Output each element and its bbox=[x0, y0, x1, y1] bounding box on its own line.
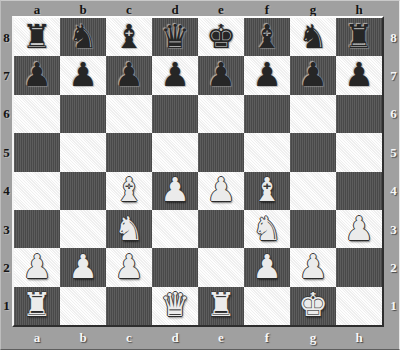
square-b8[interactable]: ♞ bbox=[60, 18, 106, 56]
square-b4[interactable] bbox=[60, 172, 106, 210]
black-pawn[interactable]: ♟ bbox=[298, 57, 328, 93]
square-e2[interactable] bbox=[198, 248, 244, 286]
white-bishop[interactable]: ♝ bbox=[252, 172, 282, 208]
rank-labels-left: 87654321 bbox=[1, 18, 12, 325]
file-label-bottom-a: a bbox=[14, 330, 60, 344]
rank-label-left-1: 1 bbox=[1, 287, 12, 325]
white-king[interactable]: ♚ bbox=[298, 287, 328, 323]
white-knight[interactable]: ♞ bbox=[252, 211, 282, 247]
square-c2[interactable]: ♟ bbox=[106, 248, 152, 286]
square-h7[interactable]: ♟ bbox=[336, 56, 382, 94]
white-pawn[interactable]: ♟ bbox=[114, 249, 144, 285]
square-d3[interactable] bbox=[152, 210, 198, 248]
black-pawn[interactable]: ♟ bbox=[252, 57, 282, 93]
square-d7[interactable]: ♟ bbox=[152, 56, 198, 94]
square-d5[interactable] bbox=[152, 133, 198, 171]
square-f7[interactable]: ♟ bbox=[244, 56, 290, 94]
file-label-bottom-f: f bbox=[244, 330, 290, 344]
black-rook[interactable]: ♜ bbox=[22, 19, 52, 55]
white-queen[interactable]: ♛ bbox=[160, 287, 190, 323]
square-a1[interactable]: ♜ bbox=[14, 287, 60, 325]
black-pawn[interactable]: ♟ bbox=[114, 57, 144, 93]
rank-label-left-4: 4 bbox=[1, 172, 12, 210]
black-bishop[interactable]: ♝ bbox=[252, 19, 282, 55]
square-a3[interactable] bbox=[14, 210, 60, 248]
white-pawn[interactable]: ♟ bbox=[160, 172, 190, 208]
rank-label-right-3: 3 bbox=[386, 210, 400, 248]
square-c7[interactable]: ♟ bbox=[106, 56, 152, 94]
square-h4[interactable] bbox=[336, 172, 382, 210]
square-c4[interactable]: ♝ bbox=[106, 172, 152, 210]
black-pawn[interactable]: ♟ bbox=[68, 57, 98, 93]
square-a8[interactable]: ♜ bbox=[14, 18, 60, 56]
square-g5[interactable] bbox=[290, 133, 336, 171]
black-pawn[interactable]: ♟ bbox=[344, 57, 374, 93]
black-rook[interactable]: ♜ bbox=[344, 19, 374, 55]
square-b7[interactable]: ♟ bbox=[60, 56, 106, 94]
square-g2[interactable]: ♟ bbox=[290, 248, 336, 286]
square-d4[interactable]: ♟ bbox=[152, 172, 198, 210]
file-label-top-e: e bbox=[198, 2, 244, 16]
square-e7[interactable]: ♟ bbox=[198, 56, 244, 94]
square-g1[interactable]: ♚ bbox=[290, 287, 336, 325]
file-labels-bottom: abcdefgh bbox=[14, 330, 382, 344]
file-labels-top: abcdefgh bbox=[14, 2, 382, 16]
square-h2[interactable] bbox=[336, 248, 382, 286]
square-f1[interactable] bbox=[244, 287, 290, 325]
board-bevel-frame: ♜♞♝♛♚♝♞♜♟♟♟♟♟♟♟♟♝♟♟♝♞♞♟♟♟♟♟♟♜♛♜♚ bbox=[12, 16, 384, 327]
black-king[interactable]: ♚ bbox=[206, 19, 236, 55]
white-pawn[interactable]: ♟ bbox=[22, 249, 52, 285]
file-label-bottom-d: d bbox=[152, 330, 198, 344]
square-f6[interactable] bbox=[244, 95, 290, 133]
square-b1[interactable] bbox=[60, 287, 106, 325]
rank-label-right-1: 1 bbox=[386, 287, 400, 325]
file-label-top-g: g bbox=[290, 2, 336, 16]
square-d1[interactable]: ♛ bbox=[152, 287, 198, 325]
file-label-bottom-h: h bbox=[336, 330, 382, 344]
square-a6[interactable] bbox=[14, 95, 60, 133]
chess-board-window: abcdefgh 87654321 87654321 abcdefgh ♜♞♝♛… bbox=[0, 0, 400, 350]
square-e6[interactable] bbox=[198, 95, 244, 133]
black-bishop[interactable]: ♝ bbox=[114, 19, 144, 55]
square-g4[interactable] bbox=[290, 172, 336, 210]
square-g6[interactable] bbox=[290, 95, 336, 133]
square-f2[interactable]: ♟ bbox=[244, 248, 290, 286]
white-rook[interactable]: ♜ bbox=[22, 287, 52, 323]
square-d6[interactable] bbox=[152, 95, 198, 133]
rank-label-right-4: 4 bbox=[386, 172, 400, 210]
black-queen[interactable]: ♛ bbox=[160, 19, 190, 55]
square-c1[interactable] bbox=[106, 287, 152, 325]
square-e1[interactable]: ♜ bbox=[198, 287, 244, 325]
file-label-bottom-g: g bbox=[290, 330, 336, 344]
rank-label-left-3: 3 bbox=[1, 210, 12, 248]
rank-label-right-5: 5 bbox=[386, 133, 400, 171]
square-f5[interactable] bbox=[244, 133, 290, 171]
white-bishop[interactable]: ♝ bbox=[114, 172, 144, 208]
rank-label-left-7: 7 bbox=[1, 56, 12, 94]
file-label-top-f: f bbox=[244, 2, 290, 16]
square-g3[interactable] bbox=[290, 210, 336, 248]
white-knight[interactable]: ♞ bbox=[114, 211, 144, 247]
square-e8[interactable]: ♚ bbox=[198, 18, 244, 56]
square-h6[interactable] bbox=[336, 95, 382, 133]
square-a7[interactable]: ♟ bbox=[14, 56, 60, 94]
black-pawn[interactable]: ♟ bbox=[160, 57, 190, 93]
file-label-top-b: b bbox=[60, 2, 106, 16]
file-label-bottom-c: c bbox=[106, 330, 152, 344]
square-d8[interactable]: ♛ bbox=[152, 18, 198, 56]
black-knight[interactable]: ♞ bbox=[68, 19, 98, 55]
square-f4[interactable]: ♝ bbox=[244, 172, 290, 210]
square-c3[interactable]: ♞ bbox=[106, 210, 152, 248]
rank-label-left-8: 8 bbox=[1, 18, 12, 56]
square-h1[interactable] bbox=[336, 287, 382, 325]
square-f8[interactable]: ♝ bbox=[244, 18, 290, 56]
file-label-top-d: d bbox=[152, 2, 198, 16]
square-a5[interactable] bbox=[14, 133, 60, 171]
chess-board: ♜♞♝♛♚♝♞♜♟♟♟♟♟♟♟♟♝♟♟♝♞♞♟♟♟♟♟♟♜♛♜♚ bbox=[14, 18, 382, 325]
square-h8[interactable]: ♜ bbox=[336, 18, 382, 56]
square-d2[interactable] bbox=[152, 248, 198, 286]
square-a4[interactable] bbox=[14, 172, 60, 210]
file-label-bottom-e: e bbox=[198, 330, 244, 344]
square-c6[interactable] bbox=[106, 95, 152, 133]
rank-label-left-2: 2 bbox=[1, 248, 12, 286]
white-pawn[interactable]: ♟ bbox=[344, 211, 374, 247]
black-pawn[interactable]: ♟ bbox=[206, 57, 236, 93]
square-e4[interactable]: ♟ bbox=[198, 172, 244, 210]
white-pawn[interactable]: ♟ bbox=[68, 249, 98, 285]
square-c5[interactable] bbox=[106, 133, 152, 171]
file-label-bottom-b: b bbox=[60, 330, 106, 344]
square-f3[interactable]: ♞ bbox=[244, 210, 290, 248]
rank-labels-right: 87654321 bbox=[386, 18, 400, 325]
rank-label-left-5: 5 bbox=[1, 133, 12, 171]
white-pawn[interactable]: ♟ bbox=[298, 249, 328, 285]
file-label-top-a: a bbox=[14, 2, 60, 16]
square-h3[interactable]: ♟ bbox=[336, 210, 382, 248]
square-b3[interactable] bbox=[60, 210, 106, 248]
black-pawn[interactable]: ♟ bbox=[22, 57, 52, 93]
white-pawn[interactable]: ♟ bbox=[252, 249, 282, 285]
black-knight[interactable]: ♞ bbox=[298, 19, 328, 55]
square-h5[interactable] bbox=[336, 133, 382, 171]
rank-label-right-7: 7 bbox=[386, 56, 400, 94]
square-b5[interactable] bbox=[60, 133, 106, 171]
rank-label-right-6: 6 bbox=[386, 95, 400, 133]
white-rook[interactable]: ♜ bbox=[206, 287, 236, 323]
square-c8[interactable]: ♝ bbox=[106, 18, 152, 56]
square-e5[interactable] bbox=[198, 133, 244, 171]
file-label-top-c: c bbox=[106, 2, 152, 16]
square-a2[interactable]: ♟ bbox=[14, 248, 60, 286]
square-g8[interactable]: ♞ bbox=[290, 18, 336, 56]
square-g7[interactable]: ♟ bbox=[290, 56, 336, 94]
square-b6[interactable] bbox=[60, 95, 106, 133]
file-label-top-h: h bbox=[336, 2, 382, 16]
rank-label-right-8: 8 bbox=[386, 18, 400, 56]
rank-label-left-6: 6 bbox=[1, 95, 12, 133]
square-b2[interactable]: ♟ bbox=[60, 248, 106, 286]
rank-label-right-2: 2 bbox=[386, 248, 400, 286]
white-pawn[interactable]: ♟ bbox=[206, 172, 236, 208]
square-e3[interactable] bbox=[198, 210, 244, 248]
